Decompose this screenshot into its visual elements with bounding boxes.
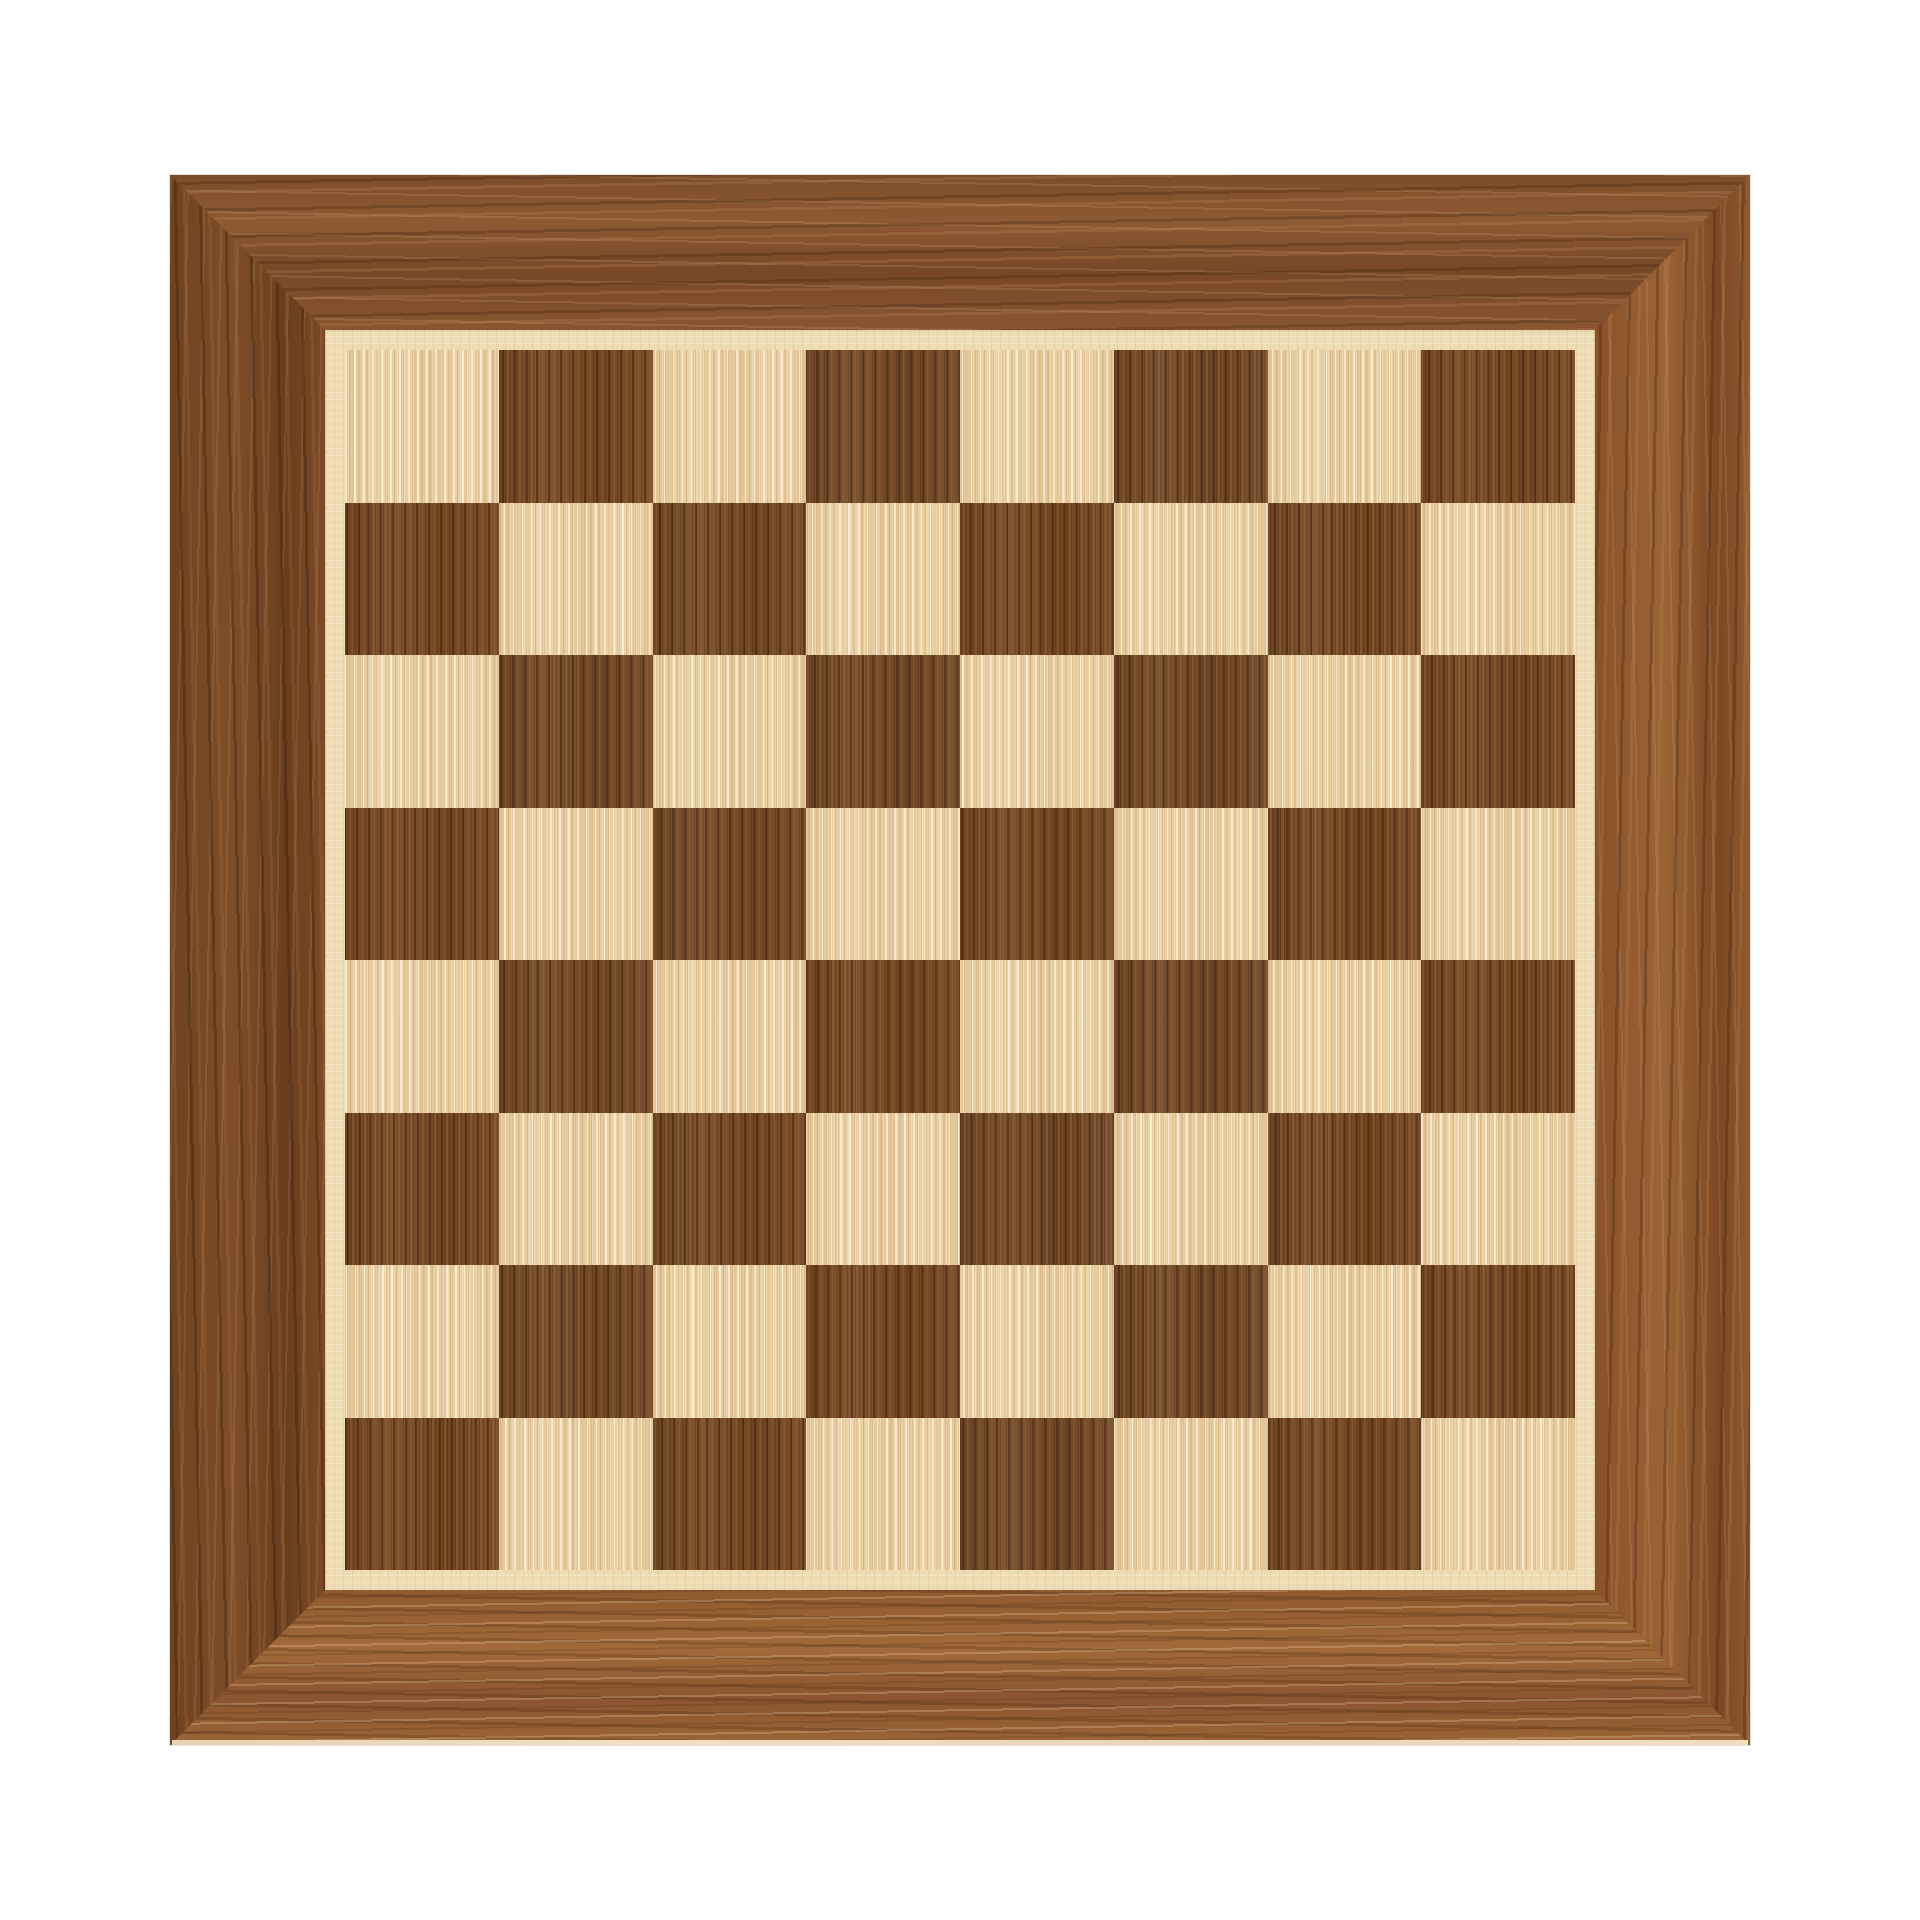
board-frame-top-rail [170, 175, 1750, 330]
square-e8[interactable] [960, 350, 1114, 503]
square-d1[interactable] [806, 1418, 960, 1571]
square-b7[interactable] [499, 503, 653, 656]
square-b1[interactable] [499, 1418, 653, 1571]
square-e2[interactable] [960, 1265, 1114, 1418]
square-h4[interactable] [1421, 960, 1575, 1113]
square-d5[interactable] [806, 808, 960, 961]
square-d3[interactable] [806, 1113, 960, 1266]
square-f1[interactable] [1114, 1418, 1268, 1571]
chess-board [170, 175, 1750, 1745]
board-bottom-edge-highlight [172, 1740, 1748, 1745]
square-g8[interactable] [1268, 350, 1422, 503]
square-a7[interactable] [345, 503, 499, 656]
square-h5[interactable] [1421, 808, 1575, 961]
square-c6[interactable] [653, 655, 807, 808]
square-h3[interactable] [1421, 1113, 1575, 1266]
square-b8[interactable] [499, 350, 653, 503]
square-b5[interactable] [499, 808, 653, 961]
square-g2[interactable] [1268, 1265, 1422, 1418]
board-frame-left-rail [170, 175, 325, 1745]
square-f2[interactable] [1114, 1265, 1268, 1418]
square-g6[interactable] [1268, 655, 1422, 808]
square-f7[interactable] [1114, 503, 1268, 656]
square-h8[interactable] [1421, 350, 1575, 503]
photo-background [0, 0, 1920, 1920]
square-c7[interactable] [653, 503, 807, 656]
square-e1[interactable] [960, 1418, 1114, 1571]
square-f6[interactable] [1114, 655, 1268, 808]
square-e7[interactable] [960, 503, 1114, 656]
board-frame-bottom-rail [170, 1590, 1750, 1745]
square-d8[interactable] [806, 350, 960, 503]
square-c3[interactable] [653, 1113, 807, 1266]
square-a4[interactable] [345, 960, 499, 1113]
square-a2[interactable] [345, 1265, 499, 1418]
square-h6[interactable] [1421, 655, 1575, 808]
square-c2[interactable] [653, 1265, 807, 1418]
square-b6[interactable] [499, 655, 653, 808]
square-e4[interactable] [960, 960, 1114, 1113]
square-a8[interactable] [345, 350, 499, 503]
square-c5[interactable] [653, 808, 807, 961]
square-b3[interactable] [499, 1113, 653, 1266]
board-grid [345, 350, 1575, 1570]
square-g7[interactable] [1268, 503, 1422, 656]
square-e6[interactable] [960, 655, 1114, 808]
square-f5[interactable] [1114, 808, 1268, 961]
square-g4[interactable] [1268, 960, 1422, 1113]
square-a6[interactable] [345, 655, 499, 808]
square-g1[interactable] [1268, 1418, 1422, 1571]
square-c1[interactable] [653, 1418, 807, 1571]
square-h1[interactable] [1421, 1418, 1575, 1571]
square-f4[interactable] [1114, 960, 1268, 1113]
square-a3[interactable] [345, 1113, 499, 1266]
board-frame-right-rail [1595, 175, 1750, 1745]
square-d6[interactable] [806, 655, 960, 808]
square-g5[interactable] [1268, 808, 1422, 961]
square-a5[interactable] [345, 808, 499, 961]
square-c4[interactable] [653, 960, 807, 1113]
square-h7[interactable] [1421, 503, 1575, 656]
square-d7[interactable] [806, 503, 960, 656]
square-g3[interactable] [1268, 1113, 1422, 1266]
square-d4[interactable] [806, 960, 960, 1113]
square-c8[interactable] [653, 350, 807, 503]
square-f3[interactable] [1114, 1113, 1268, 1266]
square-e5[interactable] [960, 808, 1114, 961]
square-a1[interactable] [345, 1418, 499, 1571]
square-b2[interactable] [499, 1265, 653, 1418]
square-h2[interactable] [1421, 1265, 1575, 1418]
square-d2[interactable] [806, 1265, 960, 1418]
square-e3[interactable] [960, 1113, 1114, 1266]
square-b4[interactable] [499, 960, 653, 1113]
square-f8[interactable] [1114, 350, 1268, 503]
